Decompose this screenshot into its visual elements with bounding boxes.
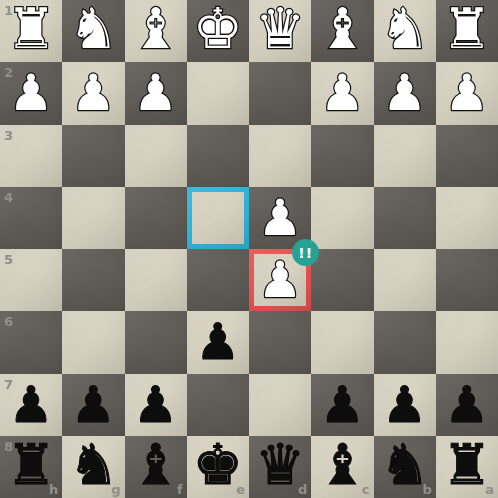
square-e6[interactable]: ♟	[187, 311, 249, 373]
black-rook-h8[interactable]: ♜	[6, 437, 56, 493]
white-king-e1[interactable]: ♚	[193, 1, 243, 57]
square-f4[interactable]	[125, 187, 187, 249]
square-f5[interactable]	[125, 249, 187, 311]
white-pawn-a2[interactable]: ♟	[444, 68, 489, 118]
square-g1[interactable]: ♞	[62, 0, 124, 62]
square-e1[interactable]: ♚	[187, 0, 249, 62]
square-d5-move-to-highlight[interactable]: ♟!!	[249, 249, 311, 311]
square-b3[interactable]	[374, 125, 436, 187]
rank-label-3: 3	[4, 128, 13, 143]
square-c3[interactable]	[311, 125, 373, 187]
black-bishop-f8[interactable]: ♝	[131, 437, 181, 493]
square-d6[interactable]	[249, 311, 311, 373]
square-d3[interactable]	[249, 125, 311, 187]
square-h8[interactable]: 8h♜	[0, 436, 62, 498]
white-queen-d1[interactable]: ♛	[255, 1, 305, 57]
square-f2[interactable]: ♟	[125, 62, 187, 124]
square-d8[interactable]: d♛	[249, 436, 311, 498]
white-pawn-b2[interactable]: ♟	[382, 68, 427, 118]
black-pawn-b7[interactable]: ♟	[382, 380, 427, 430]
rank-label-5: 5	[4, 252, 13, 267]
square-h2[interactable]: 2♟	[0, 62, 62, 124]
square-h1[interactable]: 1♜	[0, 0, 62, 62]
square-b5[interactable]	[374, 249, 436, 311]
square-h4[interactable]: 4	[0, 187, 62, 249]
white-pawn-f2[interactable]: ♟	[133, 68, 178, 118]
square-b7[interactable]: ♟	[374, 374, 436, 436]
square-a7[interactable]: ♟	[436, 374, 498, 436]
white-pawn-c2[interactable]: ♟	[320, 68, 365, 118]
white-knight-g1[interactable]: ♞	[68, 1, 118, 57]
black-pawn-e6[interactable]: ♟	[195, 317, 240, 367]
rank-label-4: 4	[4, 190, 13, 205]
chess-board: 1♜♞♝♚♛♝♞♜2♟♟♟♟♟♟34♟5♟!!6♟7♟♟♟♟♟♟8h♜g♞f♝e…	[0, 0, 498, 498]
square-e5[interactable]	[187, 249, 249, 311]
square-d1[interactable]: ♛	[249, 0, 311, 62]
square-g7[interactable]: ♟	[62, 374, 124, 436]
white-pawn-h2[interactable]: ♟	[9, 68, 54, 118]
square-c7[interactable]: ♟	[311, 374, 373, 436]
square-h6[interactable]: 6	[0, 311, 62, 373]
square-e3[interactable]	[187, 125, 249, 187]
black-pawn-h7[interactable]: ♟	[9, 380, 54, 430]
square-g5[interactable]	[62, 249, 124, 311]
black-queen-d8[interactable]: ♛	[255, 437, 305, 493]
square-b1[interactable]: ♞	[374, 0, 436, 62]
square-g6[interactable]	[62, 311, 124, 373]
square-f8[interactable]: f♝	[125, 436, 187, 498]
black-knight-g8[interactable]: ♞	[68, 437, 118, 493]
square-c6[interactable]	[311, 311, 373, 373]
square-e7[interactable]	[187, 374, 249, 436]
rank-label-6: 6	[4, 314, 13, 329]
square-g3[interactable]	[62, 125, 124, 187]
black-pawn-c7[interactable]: ♟	[320, 380, 365, 430]
square-c2[interactable]: ♟	[311, 62, 373, 124]
white-rook-a1[interactable]: ♜	[442, 1, 492, 57]
square-f7[interactable]: ♟	[125, 374, 187, 436]
black-king-e8[interactable]: ♚	[193, 437, 243, 493]
square-h5[interactable]: 5	[0, 249, 62, 311]
square-c8[interactable]: c♝	[311, 436, 373, 498]
white-pawn-g2[interactable]: ♟	[71, 68, 116, 118]
square-a5[interactable]	[436, 249, 498, 311]
black-pawn-a7[interactable]: ♟	[444, 380, 489, 430]
square-a1[interactable]: ♜	[436, 0, 498, 62]
square-g2[interactable]: ♟	[62, 62, 124, 124]
white-knight-b1[interactable]: ♞	[380, 1, 430, 57]
square-a3[interactable]	[436, 125, 498, 187]
square-g4[interactable]	[62, 187, 124, 249]
square-c5[interactable]	[311, 249, 373, 311]
square-e8[interactable]: e♚	[187, 436, 249, 498]
square-b6[interactable]	[374, 311, 436, 373]
square-d7[interactable]	[249, 374, 311, 436]
white-pawn-d4[interactable]: ♟	[258, 193, 303, 243]
white-bishop-f1[interactable]: ♝	[131, 1, 181, 57]
square-f1[interactable]: ♝	[125, 0, 187, 62]
white-bishop-c1[interactable]: ♝	[317, 1, 367, 57]
square-a6[interactable]	[436, 311, 498, 373]
square-h7[interactable]: 7♟	[0, 374, 62, 436]
black-pawn-g7[interactable]: ♟	[71, 380, 116, 430]
black-bishop-c8[interactable]: ♝	[317, 437, 367, 493]
square-g8[interactable]: g♞	[62, 436, 124, 498]
square-a8[interactable]: a♜	[436, 436, 498, 498]
square-b4[interactable]	[374, 187, 436, 249]
square-f3[interactable]	[125, 125, 187, 187]
square-h3[interactable]: 3	[0, 125, 62, 187]
square-c4[interactable]	[311, 187, 373, 249]
square-e4-move-from-highlight[interactable]	[187, 187, 249, 249]
black-rook-a8[interactable]: ♜	[442, 437, 492, 493]
square-e2[interactable]	[187, 62, 249, 124]
white-rook-h1[interactable]: ♜	[6, 1, 56, 57]
square-a4[interactable]	[436, 187, 498, 249]
square-a2[interactable]: ♟	[436, 62, 498, 124]
square-d2[interactable]	[249, 62, 311, 124]
square-b8[interactable]: b♞	[374, 436, 436, 498]
square-b2[interactable]: ♟	[374, 62, 436, 124]
square-f6[interactable]	[125, 311, 187, 373]
black-pawn-f7[interactable]: ♟	[133, 380, 178, 430]
black-knight-b8[interactable]: ♞	[380, 437, 430, 493]
square-c1[interactable]: ♝	[311, 0, 373, 62]
